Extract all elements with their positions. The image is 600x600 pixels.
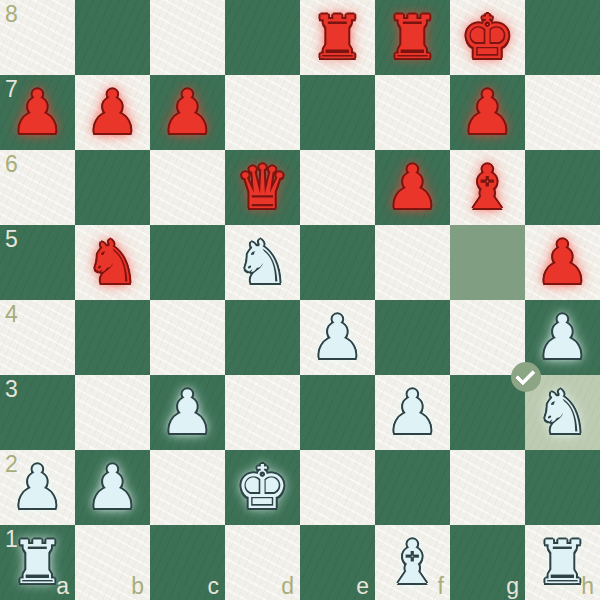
square-g6[interactable]: ♝ [450,150,525,225]
square-f6[interactable]: ♟ [375,150,450,225]
square-a2[interactable]: 2♟ [0,450,75,525]
piece-red-rook-f8[interactable]: ♜ [386,0,440,75]
square-d4[interactable] [225,300,300,375]
square-a4[interactable]: 4 [0,300,75,375]
piece-red-pawn-f6[interactable]: ♟ [386,150,440,225]
rank-label-3: 3 [5,376,18,403]
square-e7[interactable] [300,75,375,150]
square-a3[interactable]: 3 [0,375,75,450]
piece-white-king-d2[interactable]: ♚ [236,450,290,525]
piece-red-pawn-g7[interactable]: ♟ [461,75,515,150]
square-h2[interactable] [525,450,600,525]
square-b6[interactable] [75,150,150,225]
square-c8[interactable] [150,0,225,75]
square-b3[interactable] [75,375,150,450]
file-label-e: e [356,573,369,600]
square-g2[interactable] [450,450,525,525]
square-d5[interactable]: ♞ [225,225,300,300]
piece-white-rook-h1[interactable]: ♜ [536,525,590,600]
square-d6[interactable]: ♛ [225,150,300,225]
square-a6[interactable]: 6 [0,150,75,225]
piece-red-pawn-c7[interactable]: ♟ [161,75,215,150]
square-h8[interactable] [525,0,600,75]
square-a1[interactable]: 1a♜ [0,525,75,600]
square-f4[interactable] [375,300,450,375]
square-b2[interactable]: ♟ [75,450,150,525]
rank-label-5: 5 [5,226,18,253]
square-e5[interactable] [300,225,375,300]
square-f5[interactable] [375,225,450,300]
piece-white-pawn-b2[interactable]: ♟ [86,450,140,525]
square-d1[interactable]: d [225,525,300,600]
piece-white-knight-h3[interactable]: ♞ [536,375,590,450]
square-a8[interactable]: 8 [0,0,75,75]
file-label-g: g [506,573,519,600]
square-h7[interactable] [525,75,600,150]
square-h5[interactable]: ♟ [525,225,600,300]
square-f3[interactable]: ♟ [375,375,450,450]
square-g4[interactable] [450,300,525,375]
piece-white-pawn-h4[interactable]: ♟ [536,300,590,375]
square-e1[interactable]: e [300,525,375,600]
square-e8[interactable]: ♜ [300,0,375,75]
square-c1[interactable]: c [150,525,225,600]
square-e4[interactable]: ♟ [300,300,375,375]
rank-label-6: 6 [5,151,18,178]
rank-label-8: 8 [5,1,18,28]
square-d3[interactable] [225,375,300,450]
piece-red-pawn-b7[interactable]: ♟ [86,75,140,150]
piece-red-rook-e8[interactable]: ♜ [311,0,365,75]
chess-board: 8♜♜♚7♟♟♟♟6♛♟♝5♞♞♟4♟♟3♟♟♞2♟♟♚1a♜bcdef♝gh♜ [0,0,600,600]
square-c6[interactable] [150,150,225,225]
square-b5[interactable]: ♞ [75,225,150,300]
file-label-c: c [208,573,220,600]
square-e6[interactable] [300,150,375,225]
piece-white-pawn-a2[interactable]: ♟ [11,450,65,525]
square-a7[interactable]: 7♟ [0,75,75,150]
square-h6[interactable] [525,150,600,225]
square-b8[interactable] [75,0,150,75]
square-f1[interactable]: f♝ [375,525,450,600]
file-label-d: d [281,573,294,600]
square-g8[interactable]: ♚ [450,0,525,75]
square-c2[interactable] [150,450,225,525]
square-a5[interactable]: 5 [0,225,75,300]
chess-board-wrap: 8♜♜♚7♟♟♟♟6♛♟♝5♞♞♟4♟♟3♟♟♞2♟♟♚1a♜bcdef♝gh♜ [0,0,600,600]
square-f8[interactable]: ♜ [375,0,450,75]
piece-white-rook-a1[interactable]: ♜ [11,525,65,600]
piece-white-pawn-f3[interactable]: ♟ [386,375,440,450]
piece-white-pawn-c3[interactable]: ♟ [161,375,215,450]
square-b7[interactable]: ♟ [75,75,150,150]
square-h1[interactable]: h♜ [525,525,600,600]
file-label-b: b [131,573,144,600]
piece-red-knight-b5[interactable]: ♞ [86,225,140,300]
square-d2[interactable]: ♚ [225,450,300,525]
square-c3[interactable]: ♟ [150,375,225,450]
square-g5[interactable] [450,225,525,300]
piece-white-bishop-f1[interactable]: ♝ [386,525,440,600]
square-e2[interactable] [300,450,375,525]
square-g1[interactable]: g [450,525,525,600]
square-f2[interactable] [375,450,450,525]
rank-label-4: 4 [5,301,18,328]
piece-red-king-g8[interactable]: ♚ [461,0,515,75]
piece-white-pawn-e4[interactable]: ♟ [311,300,365,375]
piece-red-pawn-h5[interactable]: ♟ [536,225,590,300]
piece-white-knight-d5[interactable]: ♞ [236,225,290,300]
square-h4[interactable]: ♟ [525,300,600,375]
square-b4[interactable] [75,300,150,375]
square-g7[interactable]: ♟ [450,75,525,150]
correct-move-check-badge [511,362,541,392]
square-c4[interactable] [150,300,225,375]
square-c7[interactable]: ♟ [150,75,225,150]
square-d8[interactable] [225,0,300,75]
square-d7[interactable] [225,75,300,150]
square-c5[interactable] [150,225,225,300]
square-e3[interactable] [300,375,375,450]
piece-red-pawn-a7[interactable]: ♟ [11,75,65,150]
piece-red-bishop-g6[interactable]: ♝ [461,150,515,225]
square-b1[interactable]: b [75,525,150,600]
checkmark-icon [515,365,536,386]
piece-red-queen-d6[interactable]: ♛ [236,150,290,225]
square-f7[interactable] [375,75,450,150]
